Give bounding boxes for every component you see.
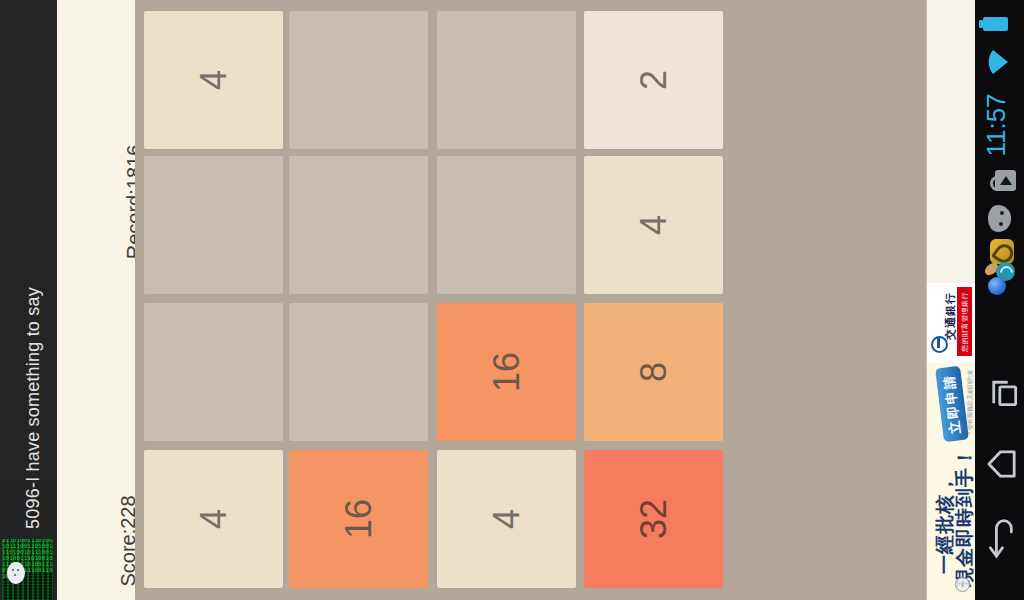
2048-board[interactable]: 424168416432 bbox=[135, 0, 926, 600]
tile-number: 4 bbox=[486, 509, 528, 529]
battery-icon bbox=[983, 17, 1008, 31]
tile-2: 2 bbox=[584, 11, 723, 149]
wifi-icon bbox=[981, 46, 1013, 78]
board-cell-empty bbox=[289, 11, 428, 149]
bank-name: 交通銀行 bbox=[943, 292, 958, 340]
android-face-notification-icon bbox=[988, 205, 1011, 232]
tile-number: 16 bbox=[338, 499, 380, 539]
board-cell-empty bbox=[289, 303, 428, 441]
board-cell-empty bbox=[289, 156, 428, 294]
board-cell-empty bbox=[144, 303, 283, 441]
bank-slogan: 您的財富管理銀行 bbox=[960, 292, 970, 352]
tile-4: 4 bbox=[144, 450, 283, 588]
tile-16: 16 bbox=[437, 303, 576, 441]
matrix-chat-app-icon[interactable]: 0110100111010010111001101001110100101110… bbox=[2, 539, 53, 600]
speech-bubble-icon bbox=[7, 562, 25, 584]
tile-8: 8 bbox=[584, 303, 723, 441]
screenshot-notification-icon bbox=[990, 168, 1016, 194]
back-button[interactable] bbox=[988, 516, 1016, 559]
tile-number: 4 bbox=[193, 70, 235, 90]
tile-number: 16 bbox=[486, 352, 528, 392]
bank-logo-block: 交通銀行 您的財富管理銀行 bbox=[927, 283, 976, 363]
blue-bubbles-notification-icon bbox=[981, 260, 1017, 300]
ad-apply-button[interactable]: 立即申請 bbox=[935, 366, 969, 442]
ad-info-icon[interactable]: i bbox=[955, 577, 970, 592]
ad-disclaimer: ＊受有關條款及細則約束 bbox=[966, 370, 975, 436]
board-cell-empty bbox=[437, 156, 576, 294]
ad-body: 立即申請 ＊受有關條款及細則約束 一經批核， 現金即時到手！ i bbox=[927, 363, 976, 600]
home-button[interactable] bbox=[986, 449, 1018, 479]
icon-triangle bbox=[1000, 176, 1012, 185]
app-title: 5096-I have something to say bbox=[23, 287, 44, 529]
tile-number: 4 bbox=[633, 215, 675, 235]
tile-4: 4 bbox=[437, 450, 576, 588]
tile-4: 4 bbox=[144, 11, 283, 149]
board-cell-empty bbox=[437, 11, 576, 149]
tile-number: 32 bbox=[633, 499, 675, 539]
android-system-bar: 11:57 bbox=[975, 0, 1024, 600]
tile-16: 16 bbox=[289, 450, 428, 588]
recents-button[interactable] bbox=[988, 379, 1020, 407]
tile-number: 4 bbox=[193, 509, 235, 529]
tile-number: 2 bbox=[633, 70, 675, 90]
game-header-panel: Record:1816 Score:228 Cheat(3) New Game bbox=[57, 0, 135, 600]
tile-number: 8 bbox=[633, 362, 675, 382]
tablet-screen: 5096-I have something to say 01101001110… bbox=[0, 0, 1024, 600]
bank-slogan-box: 您的財富管理銀行 bbox=[957, 287, 972, 356]
tile-4: 4 bbox=[584, 156, 723, 294]
blue-bubble bbox=[988, 277, 1006, 295]
app-status-strip: 5096-I have something to say 01101001110… bbox=[0, 0, 59, 600]
tile-32: 32 bbox=[584, 450, 723, 588]
ad-banner[interactable]: 交通銀行 您的財富管理銀行 立即申請 ＊受有關條款及細則約束 一經批核， 現金即… bbox=[926, 0, 976, 600]
board-cell-empty bbox=[144, 156, 283, 294]
clock: 11:57 bbox=[981, 93, 1012, 156]
